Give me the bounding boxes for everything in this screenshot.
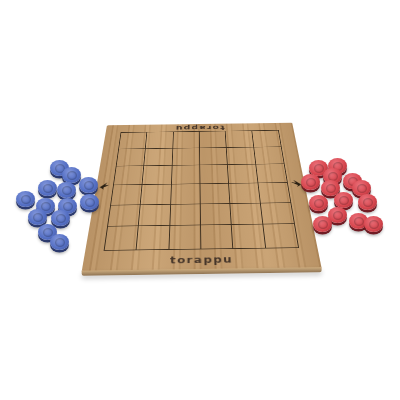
cell-r2c1[interactable] — [117, 149, 146, 167]
cell-r5c2[interactable] — [139, 204, 171, 226]
cell-r3c2[interactable] — [143, 166, 173, 185]
cell-r2c5[interactable] — [227, 147, 256, 165]
cell-r5c5[interactable] — [231, 203, 263, 225]
red-disc[interactable] — [364, 216, 383, 232]
bird-marker-icon — [100, 181, 111, 188]
cell-r1c1[interactable] — [119, 132, 147, 149]
blue-disc[interactable] — [28, 209, 47, 225]
red-disc[interactable] — [301, 174, 320, 190]
blue-disc[interactable] — [16, 191, 35, 207]
cell-r4c5[interactable] — [229, 183, 260, 203]
red-disc[interactable] — [313, 216, 332, 232]
cell-r1c2[interactable] — [146, 132, 174, 149]
photo-scene: torappu torappu — [0, 0, 400, 400]
red-disc[interactable] — [309, 195, 328, 211]
cell-r4c6[interactable] — [258, 183, 290, 203]
cell-r5c4[interactable] — [201, 204, 232, 226]
blue-disc[interactable] — [38, 180, 57, 196]
cell-r2c6[interactable] — [254, 147, 284, 165]
red-disc[interactable] — [358, 194, 377, 210]
cell-r3c4[interactable] — [200, 165, 229, 184]
cell-r4c4[interactable] — [200, 184, 230, 204]
cell-r2c3[interactable] — [172, 148, 200, 166]
bird-marker-icon — [290, 178, 301, 185]
cell-r1c3[interactable] — [173, 132, 200, 149]
cell-r3c6[interactable] — [256, 164, 287, 183]
cell-r4c2[interactable] — [141, 184, 172, 204]
cell-r6c4[interactable] — [201, 225, 234, 249]
blue-disc[interactable] — [50, 234, 69, 250]
cell-r6c3[interactable] — [169, 226, 201, 250]
cell-r2c4[interactable] — [200, 148, 228, 166]
board-grid — [104, 130, 299, 251]
game-board: torappu torappu — [82, 123, 322, 272]
blue-disc[interactable] — [79, 177, 98, 193]
cell-r1c5[interactable] — [226, 131, 254, 148]
cell-r2c2[interactable] — [144, 148, 173, 166]
cell-r6c2[interactable] — [137, 226, 170, 250]
board-zone: torappu torappu — [78, 28, 321, 277]
cell-r4c1[interactable] — [111, 185, 143, 205]
cell-r3c1[interactable] — [114, 166, 145, 185]
cell-r4c3[interactable] — [171, 184, 201, 204]
cell-r1c6[interactable] — [252, 131, 281, 148]
blue-disc[interactable] — [57, 182, 76, 198]
red-disc[interactable] — [334, 192, 353, 208]
cell-r3c3[interactable] — [172, 165, 201, 184]
board-brand-bottom: torappu — [82, 253, 320, 267]
blue-disc[interactable] — [51, 210, 70, 226]
cell-r6c6[interactable] — [263, 224, 298, 248]
blue-disc[interactable] — [62, 167, 81, 183]
cell-r5c6[interactable] — [260, 203, 294, 225]
cell-r5c1[interactable] — [108, 205, 141, 227]
blue-disc[interactable] — [80, 194, 99, 210]
cell-r3c5[interactable] — [228, 165, 258, 184]
cell-r5c3[interactable] — [170, 204, 201, 226]
cell-r6c5[interactable] — [232, 225, 266, 249]
cell-r6c1[interactable] — [105, 226, 139, 250]
cell-r1c4[interactable] — [200, 131, 227, 148]
